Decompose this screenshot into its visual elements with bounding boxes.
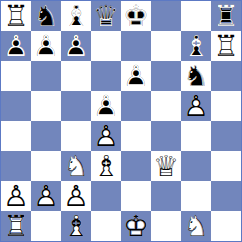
- square-b6[interactable]: [31, 61, 61, 91]
- square-g7[interactable]: ♝♗: [181, 31, 211, 61]
- square-h3[interactable]: [211, 151, 241, 181]
- square-b7[interactable]: ♟♙: [31, 31, 61, 61]
- chess-board: ♜♖♞♘♝♗♛♕♚♔♜♖♟♙♟♙♟♙♝♗♜♖♟♙♞♘♟♙♟♙♟♙♞♘♝♗♛♕♟♙…: [0, 0, 242, 242]
- square-d3[interactable]: ♝♗: [91, 151, 121, 181]
- square-e3[interactable]: [121, 151, 151, 181]
- square-c3[interactable]: ♞♘: [61, 151, 91, 181]
- square-h4[interactable]: [211, 121, 241, 151]
- square-b1[interactable]: [31, 211, 61, 241]
- white-pawn: ♟♙: [61, 181, 91, 211]
- square-g4[interactable]: [181, 121, 211, 151]
- square-d8[interactable]: ♛♕: [91, 1, 121, 31]
- square-e5[interactable]: [121, 91, 151, 121]
- white-king: ♚♔: [121, 211, 151, 241]
- square-f8[interactable]: [151, 1, 181, 31]
- square-h8[interactable]: ♜♖: [211, 1, 241, 31]
- square-h1[interactable]: [211, 211, 241, 241]
- square-d6[interactable]: [91, 61, 121, 91]
- white-pawn: ♟♙: [91, 121, 121, 151]
- square-f4[interactable]: [151, 121, 181, 151]
- black-bishop: ♝♗: [61, 1, 91, 31]
- square-b2[interactable]: ♟♙: [31, 181, 61, 211]
- square-h6[interactable]: [211, 61, 241, 91]
- square-g6[interactable]: ♞♘: [181, 61, 211, 91]
- white-bishop: ♝♗: [61, 211, 91, 241]
- black-pawn: ♟♙: [31, 31, 61, 61]
- square-d4[interactable]: ♟♙: [91, 121, 121, 151]
- square-c2[interactable]: ♟♙: [61, 181, 91, 211]
- black-pawn: ♟♙: [91, 91, 121, 121]
- square-e4[interactable]: [121, 121, 151, 151]
- square-d5[interactable]: ♟♙: [91, 91, 121, 121]
- white-pawn: ♟♙: [31, 181, 61, 211]
- square-f3[interactable]: ♛♕: [151, 151, 181, 181]
- square-a8[interactable]: ♜♖: [1, 1, 31, 31]
- square-h2[interactable]: [211, 181, 241, 211]
- black-king: ♚♔: [121, 1, 151, 31]
- square-d2[interactable]: [91, 181, 121, 211]
- black-pawn: ♟♙: [1, 31, 31, 61]
- square-f2[interactable]: [151, 181, 181, 211]
- square-a7[interactable]: ♟♙: [1, 31, 31, 61]
- square-a5[interactable]: [1, 91, 31, 121]
- square-b3[interactable]: [31, 151, 61, 181]
- square-c6[interactable]: [61, 61, 91, 91]
- square-f6[interactable]: [151, 61, 181, 91]
- square-e1[interactable]: ♚♔: [121, 211, 151, 241]
- black-knight: ♞♘: [31, 1, 61, 31]
- black-bishop: ♝♗: [181, 31, 211, 61]
- square-d1[interactable]: [91, 211, 121, 241]
- square-e6[interactable]: ♟♙: [121, 61, 151, 91]
- black-pawn: ♟♙: [61, 31, 91, 61]
- square-e2[interactable]: [121, 181, 151, 211]
- black-pawn: ♟♙: [121, 61, 151, 91]
- square-a4[interactable]: [1, 121, 31, 151]
- white-pawn: ♟♙: [1, 181, 31, 211]
- square-c1[interactable]: ♝♗: [61, 211, 91, 241]
- square-b4[interactable]: [31, 121, 61, 151]
- white-bishop: ♝♗: [91, 151, 121, 181]
- square-f1[interactable]: [151, 211, 181, 241]
- black-rook: ♜♖: [211, 1, 241, 31]
- white-rook: ♜♖: [211, 31, 241, 61]
- white-rook: ♜♖: [1, 1, 31, 31]
- square-g1[interactable]: ♞♘: [181, 211, 211, 241]
- white-pawn: ♟♙: [181, 91, 211, 121]
- white-knight: ♞♘: [61, 151, 91, 181]
- square-h5[interactable]: [211, 91, 241, 121]
- black-knight: ♞♘: [181, 61, 211, 91]
- square-e8[interactable]: ♚♔: [121, 1, 151, 31]
- square-g3[interactable]: [181, 151, 211, 181]
- square-d7[interactable]: [91, 31, 121, 61]
- black-queen: ♛♕: [91, 1, 121, 31]
- square-c8[interactable]: ♝♗: [61, 1, 91, 31]
- square-b5[interactable]: [31, 91, 61, 121]
- square-e7[interactable]: [121, 31, 151, 61]
- square-f7[interactable]: [151, 31, 181, 61]
- square-a1[interactable]: ♜♖: [1, 211, 31, 241]
- square-c5[interactable]: [61, 91, 91, 121]
- square-b8[interactable]: ♞♘: [31, 1, 61, 31]
- square-a2[interactable]: ♟♙: [1, 181, 31, 211]
- square-a3[interactable]: [1, 151, 31, 181]
- square-c7[interactable]: ♟♙: [61, 31, 91, 61]
- square-c4[interactable]: [61, 121, 91, 151]
- white-queen: ♛♕: [151, 151, 181, 181]
- square-a6[interactable]: [1, 61, 31, 91]
- white-knight: ♞♘: [181, 211, 211, 241]
- square-g2[interactable]: [181, 181, 211, 211]
- square-f5[interactable]: [151, 91, 181, 121]
- square-h7[interactable]: ♜♖: [211, 31, 241, 61]
- white-rook: ♜♖: [1, 211, 31, 241]
- square-g5[interactable]: ♟♙: [181, 91, 211, 121]
- square-g8[interactable]: [181, 1, 211, 31]
